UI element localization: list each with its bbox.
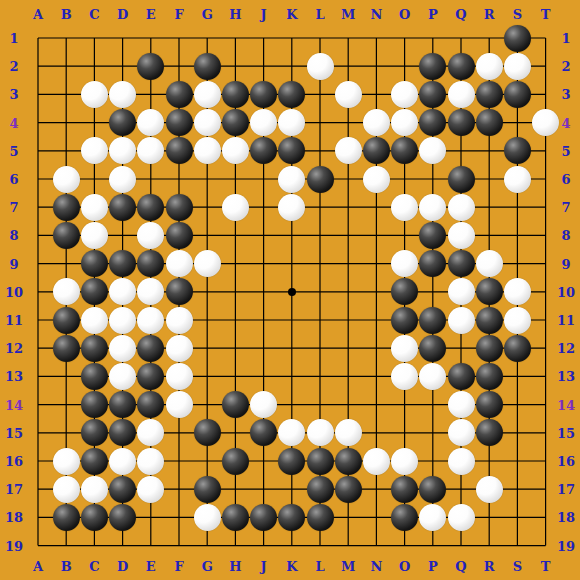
stone-black xyxy=(504,335,531,362)
row-label-right: 1 xyxy=(561,31,570,46)
stone-white xyxy=(81,222,108,249)
stone-white xyxy=(363,166,390,193)
stone-black xyxy=(137,363,164,390)
stone-black xyxy=(53,222,80,249)
column-label-top: R xyxy=(484,7,495,22)
stone-black xyxy=(81,391,108,418)
stone-black xyxy=(476,307,503,334)
stone-white xyxy=(391,81,418,108)
stone-white xyxy=(504,278,531,305)
stone-black xyxy=(278,81,305,108)
star-point xyxy=(288,288,296,296)
stone-white xyxy=(476,53,503,80)
row-label-left: 7 xyxy=(9,200,18,215)
row-label-left: 2 xyxy=(9,59,18,74)
stone-black xyxy=(278,448,305,475)
stone-white xyxy=(504,166,531,193)
row-label-left: 12 xyxy=(5,341,23,356)
stone-black xyxy=(194,419,221,446)
stone-black xyxy=(166,137,193,164)
stone-white xyxy=(81,81,108,108)
row-label-left: 14 xyxy=(5,397,23,412)
column-label-bottom: D xyxy=(117,559,128,574)
stone-black xyxy=(81,504,108,531)
stone-black xyxy=(222,391,249,418)
stone-white xyxy=(448,419,475,446)
column-label-top: Q xyxy=(455,7,466,22)
stone-black xyxy=(166,109,193,136)
column-label-bottom: G xyxy=(202,559,213,574)
stone-white xyxy=(166,307,193,334)
stone-white xyxy=(363,109,390,136)
stone-white xyxy=(532,109,559,136)
stone-black xyxy=(335,476,362,503)
go-board[interactable]: AABBCCDDEEFFGGHHJJKKLLMMNNOOPPQQRRSSTT11… xyxy=(0,0,580,580)
stone-black xyxy=(504,137,531,164)
stone-white xyxy=(53,448,80,475)
stone-black xyxy=(81,250,108,277)
stone-black xyxy=(307,448,334,475)
stone-black xyxy=(53,504,80,531)
stone-white xyxy=(476,476,503,503)
stone-white xyxy=(448,222,475,249)
row-label-left: 11 xyxy=(5,313,23,328)
row-label-right: 5 xyxy=(561,143,570,158)
column-label-top: N xyxy=(370,7,382,22)
column-label-bottom: R xyxy=(484,559,495,574)
row-label-left: 8 xyxy=(9,228,18,243)
stone-black xyxy=(419,476,446,503)
row-label-right: 19 xyxy=(557,538,575,553)
stone-white xyxy=(137,476,164,503)
stone-white xyxy=(166,363,193,390)
stone-black xyxy=(448,363,475,390)
stone-white xyxy=(278,194,305,221)
row-label-right: 18 xyxy=(557,510,575,525)
column-label-top: K xyxy=(286,7,297,22)
stone-white xyxy=(476,250,503,277)
stone-black xyxy=(81,363,108,390)
column-label-top: J xyxy=(261,7,267,22)
stone-black xyxy=(137,53,164,80)
stone-white xyxy=(222,137,249,164)
stone-white xyxy=(448,81,475,108)
stone-white xyxy=(250,391,277,418)
row-label-right: 8 xyxy=(561,228,570,243)
stone-white xyxy=(109,307,136,334)
stone-black xyxy=(109,109,136,136)
column-label-bottom: P xyxy=(428,559,438,574)
stone-white xyxy=(448,307,475,334)
stone-white xyxy=(194,250,221,277)
stone-white xyxy=(137,222,164,249)
stone-black xyxy=(476,391,503,418)
stone-white xyxy=(335,137,362,164)
stone-white xyxy=(137,307,164,334)
stone-black xyxy=(250,504,277,531)
row-label-left: 4 xyxy=(9,115,18,130)
stone-black xyxy=(419,222,446,249)
stone-black xyxy=(250,81,277,108)
stone-black xyxy=(278,504,305,531)
stone-white xyxy=(391,363,418,390)
stone-black xyxy=(391,307,418,334)
stone-black xyxy=(53,194,80,221)
stone-white xyxy=(391,194,418,221)
column-label-bottom: F xyxy=(174,559,183,574)
stone-black xyxy=(81,419,108,446)
stone-black xyxy=(419,335,446,362)
column-label-top: O xyxy=(399,7,410,22)
stone-white xyxy=(53,278,80,305)
row-label-right: 6 xyxy=(561,172,570,187)
row-label-left: 9 xyxy=(9,256,18,271)
stone-white xyxy=(307,53,334,80)
stone-white xyxy=(391,335,418,362)
stone-white xyxy=(81,194,108,221)
stone-black xyxy=(194,53,221,80)
column-label-bottom: S xyxy=(513,559,522,574)
row-label-right: 12 xyxy=(557,341,575,356)
stone-black xyxy=(448,166,475,193)
stone-white xyxy=(448,448,475,475)
stone-black xyxy=(109,391,136,418)
row-label-right: 7 xyxy=(561,200,570,215)
stone-white xyxy=(250,109,277,136)
stone-black xyxy=(419,307,446,334)
row-label-left: 3 xyxy=(9,87,18,102)
row-label-right: 17 xyxy=(557,482,575,497)
column-label-bottom: T xyxy=(541,559,551,574)
stone-white xyxy=(194,109,221,136)
stone-white xyxy=(448,194,475,221)
stone-white xyxy=(81,476,108,503)
column-label-top: A xyxy=(33,7,43,22)
stone-white xyxy=(335,81,362,108)
stone-black xyxy=(391,504,418,531)
stone-black xyxy=(476,335,503,362)
stone-black xyxy=(222,448,249,475)
row-label-right: 2 xyxy=(561,59,570,74)
stone-black xyxy=(335,448,362,475)
stone-white xyxy=(166,335,193,362)
stone-black xyxy=(53,307,80,334)
stone-white xyxy=(109,166,136,193)
column-label-top: M xyxy=(341,7,355,22)
column-label-top: P xyxy=(428,7,438,22)
column-label-top: D xyxy=(117,7,128,22)
stone-black xyxy=(476,81,503,108)
row-label-right: 15 xyxy=(557,425,575,440)
stone-white xyxy=(81,307,108,334)
stone-black xyxy=(363,137,390,164)
stone-black xyxy=(307,476,334,503)
stone-white xyxy=(194,137,221,164)
stone-black xyxy=(81,448,108,475)
stone-white xyxy=(166,391,193,418)
stone-black xyxy=(504,81,531,108)
stone-black xyxy=(476,278,503,305)
stone-black xyxy=(476,363,503,390)
stone-white xyxy=(335,419,362,446)
row-label-left: 15 xyxy=(5,425,23,440)
stone-black xyxy=(391,476,418,503)
column-label-bottom: L xyxy=(315,559,324,574)
stone-black xyxy=(222,81,249,108)
stone-black xyxy=(448,250,475,277)
stone-black xyxy=(448,109,475,136)
column-label-top: T xyxy=(541,7,551,22)
column-label-top: E xyxy=(146,7,156,22)
stone-white xyxy=(391,109,418,136)
stone-black xyxy=(81,335,108,362)
row-label-right: 9 xyxy=(561,256,570,271)
column-label-bottom: J xyxy=(261,559,267,574)
column-label-top: F xyxy=(174,7,183,22)
stone-black xyxy=(109,504,136,531)
stone-white xyxy=(278,166,305,193)
row-label-right: 3 xyxy=(561,87,570,102)
stone-white xyxy=(222,194,249,221)
row-label-left: 16 xyxy=(5,454,23,469)
stone-black xyxy=(194,476,221,503)
stone-black xyxy=(166,278,193,305)
stone-black xyxy=(448,53,475,80)
column-label-bottom: K xyxy=(286,559,297,574)
stone-white xyxy=(53,166,80,193)
row-label-right: 16 xyxy=(557,454,575,469)
stone-white xyxy=(448,504,475,531)
row-label-left: 5 xyxy=(9,143,18,158)
stone-white xyxy=(81,137,108,164)
stone-white xyxy=(419,363,446,390)
stone-white xyxy=(504,53,531,80)
stone-black xyxy=(166,194,193,221)
row-label-left: 19 xyxy=(5,538,23,553)
column-label-top: B xyxy=(61,7,72,22)
row-label-right: 13 xyxy=(557,369,575,384)
column-label-top: H xyxy=(229,7,241,22)
stone-black xyxy=(222,109,249,136)
column-label-top: L xyxy=(315,7,324,22)
stone-black xyxy=(504,25,531,52)
column-label-bottom: M xyxy=(341,559,355,574)
stone-white xyxy=(391,448,418,475)
stone-white xyxy=(363,448,390,475)
stone-black xyxy=(166,222,193,249)
stone-black xyxy=(476,109,503,136)
row-label-right: 14 xyxy=(557,397,575,412)
row-label-left: 17 xyxy=(5,482,23,497)
row-label-left: 18 xyxy=(5,510,23,525)
column-label-bottom: E xyxy=(146,559,156,574)
column-label-top: G xyxy=(202,7,213,22)
row-label-left: 10 xyxy=(5,284,23,299)
stone-black xyxy=(476,419,503,446)
row-label-right: 11 xyxy=(557,313,575,328)
stone-white xyxy=(504,307,531,334)
stone-white xyxy=(166,250,193,277)
stone-black xyxy=(53,335,80,362)
stone-white xyxy=(391,250,418,277)
stone-black xyxy=(222,504,249,531)
row-label-left: 6 xyxy=(9,172,18,187)
stone-black xyxy=(166,81,193,108)
stone-black xyxy=(137,194,164,221)
stone-white xyxy=(109,81,136,108)
stone-black xyxy=(109,194,136,221)
stone-white xyxy=(307,419,334,446)
stone-black xyxy=(419,81,446,108)
column-label-top: S xyxy=(513,7,522,22)
stone-black xyxy=(81,278,108,305)
column-label-bottom: C xyxy=(89,559,99,574)
column-label-bottom: O xyxy=(399,559,410,574)
stone-black xyxy=(109,250,136,277)
stone-white xyxy=(448,278,475,305)
stone-black xyxy=(307,166,334,193)
column-label-bottom: H xyxy=(229,559,241,574)
stone-black xyxy=(419,53,446,80)
stone-black xyxy=(307,504,334,531)
stone-white xyxy=(53,476,80,503)
row-label-left: 1 xyxy=(9,31,18,46)
column-label-bottom: N xyxy=(370,559,382,574)
stone-white xyxy=(419,504,446,531)
stone-white xyxy=(194,504,221,531)
stone-white xyxy=(448,391,475,418)
row-label-right: 10 xyxy=(557,284,575,299)
go-app-window: AABBCCDDEEFFGGHHJJKKLLMMNNOOPPQQRRSSTT11… xyxy=(0,0,580,580)
column-label-bottom: B xyxy=(61,559,72,574)
column-label-top: C xyxy=(89,7,99,22)
stone-white xyxy=(109,363,136,390)
row-label-right: 4 xyxy=(561,115,570,130)
column-label-bottom: A xyxy=(33,559,43,574)
stone-black xyxy=(137,335,164,362)
column-label-bottom: Q xyxy=(455,559,466,574)
stone-white xyxy=(109,448,136,475)
row-label-left: 13 xyxy=(5,369,23,384)
stone-white xyxy=(419,194,446,221)
stone-white xyxy=(194,81,221,108)
stone-white xyxy=(109,335,136,362)
stone-black xyxy=(109,476,136,503)
stone-white xyxy=(137,448,164,475)
